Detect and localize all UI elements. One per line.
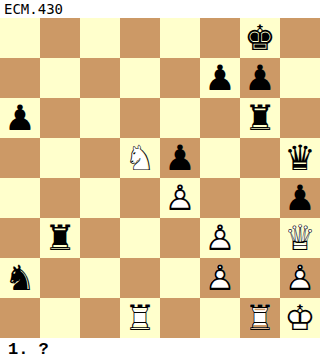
square-e8[interactable] <box>160 18 200 58</box>
square-g4[interactable] <box>240 178 280 218</box>
square-a5[interactable] <box>0 138 40 178</box>
square-a6[interactable]: ♟ <box>0 98 40 138</box>
piece-wP[interactable]: ♙ <box>160 178 200 218</box>
square-b2[interactable] <box>40 258 80 298</box>
piece-wP[interactable]: ♙ <box>200 218 240 258</box>
piece-bN[interactable]: ♞ <box>0 258 40 298</box>
square-h6[interactable] <box>280 98 320 138</box>
chess-app-window: ECM.430 ♚♟♟♟♜♞♘♟♛♟♙♟♜♟♙♛♕♞♟♙♟♙♜♖♜♖♚♔ 1. … <box>0 0 320 360</box>
square-b1[interactable] <box>40 298 80 338</box>
square-b8[interactable] <box>40 18 80 58</box>
square-d7[interactable] <box>120 58 160 98</box>
square-f2[interactable]: ♟♙ <box>200 258 240 298</box>
square-h4[interactable]: ♟ <box>280 178 320 218</box>
square-d5[interactable]: ♞♘ <box>120 138 160 178</box>
square-f4[interactable] <box>200 178 240 218</box>
square-c4[interactable] <box>80 178 120 218</box>
square-f7[interactable]: ♟ <box>200 58 240 98</box>
square-g6[interactable]: ♜ <box>240 98 280 138</box>
square-d1[interactable]: ♜♖ <box>120 298 160 338</box>
piece-wK-fill: ♚ <box>280 298 320 338</box>
square-a7[interactable] <box>0 58 40 98</box>
piece-bP[interactable]: ♟ <box>240 58 280 98</box>
square-g8[interactable]: ♚ <box>240 18 280 58</box>
square-g1[interactable]: ♜♖ <box>240 298 280 338</box>
square-f3[interactable]: ♟♙ <box>200 218 240 258</box>
square-b6[interactable] <box>40 98 80 138</box>
square-h8[interactable] <box>280 18 320 58</box>
piece-wP[interactable]: ♙ <box>280 258 320 298</box>
piece-wP-fill: ♟ <box>200 218 240 258</box>
square-g2[interactable] <box>240 258 280 298</box>
piece-wK[interactable]: ♔ <box>280 298 320 338</box>
square-h5[interactable]: ♛ <box>280 138 320 178</box>
square-b5[interactable] <box>40 138 80 178</box>
square-c7[interactable] <box>80 58 120 98</box>
square-h3[interactable]: ♛♕ <box>280 218 320 258</box>
square-c6[interactable] <box>80 98 120 138</box>
square-d2[interactable] <box>120 258 160 298</box>
square-h1[interactable]: ♚♔ <box>280 298 320 338</box>
piece-wR[interactable]: ♖ <box>120 298 160 338</box>
square-e2[interactable] <box>160 258 200 298</box>
square-f5[interactable] <box>200 138 240 178</box>
piece-bP[interactable]: ♟ <box>160 138 200 178</box>
piece-wN-fill: ♞ <box>120 138 160 178</box>
square-a3[interactable] <box>0 218 40 258</box>
piece-bP[interactable]: ♟ <box>200 58 240 98</box>
square-d6[interactable] <box>120 98 160 138</box>
piece-bP[interactable]: ♟ <box>0 98 40 138</box>
square-a4[interactable] <box>0 178 40 218</box>
chess-board[interactable]: ♚♟♟♟♜♞♘♟♛♟♙♟♜♟♙♛♕♞♟♙♟♙♜♖♜♖♚♔ <box>0 18 320 338</box>
piece-wP-fill: ♟ <box>200 258 240 298</box>
piece-wQ[interactable]: ♕ <box>280 218 320 258</box>
square-e6[interactable] <box>160 98 200 138</box>
square-h7[interactable] <box>280 58 320 98</box>
piece-wP-fill: ♟ <box>160 178 200 218</box>
square-e3[interactable] <box>160 218 200 258</box>
square-a1[interactable] <box>0 298 40 338</box>
status-bar: 1. ? <box>0 338 320 360</box>
piece-bR[interactable]: ♜ <box>240 98 280 138</box>
square-c5[interactable] <box>80 138 120 178</box>
square-e1[interactable] <box>160 298 200 338</box>
piece-bR[interactable]: ♜ <box>40 218 80 258</box>
square-c3[interactable] <box>80 218 120 258</box>
page-title: ECM.430 <box>4 0 63 18</box>
square-g7[interactable]: ♟ <box>240 58 280 98</box>
piece-wP-fill: ♟ <box>280 258 320 298</box>
square-g3[interactable] <box>240 218 280 258</box>
square-e5[interactable]: ♟ <box>160 138 200 178</box>
piece-wQ-fill: ♛ <box>280 218 320 258</box>
square-b3[interactable]: ♜ <box>40 218 80 258</box>
square-e4[interactable]: ♟♙ <box>160 178 200 218</box>
square-c8[interactable] <box>80 18 120 58</box>
piece-bP[interactable]: ♟ <box>280 178 320 218</box>
piece-bQ[interactable]: ♛ <box>280 138 320 178</box>
piece-wP[interactable]: ♙ <box>200 258 240 298</box>
square-c2[interactable] <box>80 258 120 298</box>
square-b7[interactable] <box>40 58 80 98</box>
square-h2[interactable]: ♟♙ <box>280 258 320 298</box>
piece-bK[interactable]: ♚ <box>240 18 280 58</box>
square-a8[interactable] <box>0 18 40 58</box>
piece-wN[interactable]: ♘ <box>120 138 160 178</box>
title-bar: ECM.430 <box>0 0 320 18</box>
piece-wR-fill: ♜ <box>240 298 280 338</box>
square-d4[interactable] <box>120 178 160 218</box>
square-e7[interactable] <box>160 58 200 98</box>
square-f8[interactable] <box>200 18 240 58</box>
square-d8[interactable] <box>120 18 160 58</box>
square-a2[interactable]: ♞ <box>0 258 40 298</box>
square-f6[interactable] <box>200 98 240 138</box>
piece-wR[interactable]: ♖ <box>240 298 280 338</box>
square-g5[interactable] <box>240 138 280 178</box>
square-d3[interactable] <box>120 218 160 258</box>
square-b4[interactable] <box>40 178 80 218</box>
move-prompt: 1. ? <box>8 340 49 359</box>
square-c1[interactable] <box>80 298 120 338</box>
piece-wR-fill: ♜ <box>120 298 160 338</box>
square-f1[interactable] <box>200 298 240 338</box>
